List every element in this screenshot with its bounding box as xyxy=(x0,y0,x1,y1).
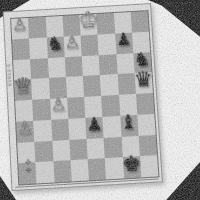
square-c7[interactable]: ♞ xyxy=(46,36,64,57)
square-f7[interactable] xyxy=(98,33,116,54)
white-pawn-piece[interactable]: ♙ xyxy=(17,119,33,137)
square-e6[interactable] xyxy=(82,55,100,77)
square-b6[interactable] xyxy=(30,58,48,80)
square-d3[interactable] xyxy=(68,118,86,140)
square-c2[interactable] xyxy=(52,139,70,161)
square-b8[interactable] xyxy=(28,17,46,38)
chessboard-photo: 81913-S ♙♔♞♙♟♞♕♛♙♙♟♝♚ ✣✜ xyxy=(0,0,200,200)
square-f8[interactable] xyxy=(96,13,114,34)
white-pawn-piece[interactable]: ♙ xyxy=(12,16,28,34)
white-king-piece[interactable]: ♔ xyxy=(78,10,99,33)
square-a5[interactable]: ♕ xyxy=(14,79,32,101)
table-corner-shadow-top-right xyxy=(148,0,200,40)
square-b4[interactable] xyxy=(32,99,50,121)
square-h8[interactable] xyxy=(130,11,148,32)
table-corner-shadow-bottom-right xyxy=(164,162,200,200)
white-pawn-piece[interactable]: ♙ xyxy=(64,34,80,52)
square-d1[interactable] xyxy=(70,159,89,181)
square-d2[interactable] xyxy=(69,138,88,160)
board-maker-emblem: ✣✜ xyxy=(22,158,35,175)
square-f6[interactable] xyxy=(99,54,117,76)
square-d4[interactable] xyxy=(67,97,85,119)
square-d5[interactable] xyxy=(66,76,84,98)
square-e2[interactable] xyxy=(86,137,105,159)
square-g6[interactable] xyxy=(116,53,134,74)
white-pawn-piece[interactable]: ♙ xyxy=(51,96,67,114)
square-h4[interactable] xyxy=(136,93,155,115)
square-e5[interactable] xyxy=(83,75,101,97)
white-queen-piece[interactable]: ♕ xyxy=(13,75,34,98)
emblem-glyph: ✜ xyxy=(22,166,35,175)
square-g1[interactable]: ♚ xyxy=(122,156,141,178)
square-a3[interactable]: ♙ xyxy=(16,121,34,143)
square-c3[interactable] xyxy=(51,119,69,141)
square-e7[interactable] xyxy=(80,34,98,55)
square-e8[interactable]: ♔ xyxy=(79,14,97,35)
black-pawn-piece[interactable]: ♟ xyxy=(116,31,132,49)
square-c1[interactable] xyxy=(53,160,72,182)
black-king-piece[interactable]: ♚ xyxy=(121,152,141,174)
square-e1[interactable] xyxy=(88,158,107,180)
square-g3[interactable]: ♝ xyxy=(120,115,139,137)
square-d6[interactable] xyxy=(65,56,83,78)
square-f5[interactable] xyxy=(100,74,118,96)
square-b1[interactable] xyxy=(36,161,54,183)
chess-board: 81913-S ♙♔♞♙♟♞♕♛♙♙♟♝♚ ✣✜ xyxy=(3,3,163,191)
square-h3[interactable] xyxy=(137,114,156,136)
square-a7[interactable] xyxy=(12,38,30,59)
black-queen-piece[interactable]: ♛ xyxy=(133,68,153,90)
square-h5[interactable]: ♛ xyxy=(134,72,153,94)
square-c4[interactable]: ♙ xyxy=(50,98,68,120)
square-f3[interactable] xyxy=(103,116,122,138)
square-f4[interactable] xyxy=(101,95,120,117)
square-c6[interactable] xyxy=(47,57,65,79)
square-h1[interactable] xyxy=(140,155,159,177)
square-f2[interactable] xyxy=(104,136,123,158)
black-bishop-piece[interactable]: ♝ xyxy=(120,112,138,132)
square-b2[interactable] xyxy=(35,140,53,162)
square-e3[interactable]: ♟ xyxy=(85,117,104,139)
square-d7[interactable]: ♙ xyxy=(63,35,81,56)
black-pawn-piece[interactable]: ♟ xyxy=(86,115,103,134)
square-b3[interactable] xyxy=(33,120,51,142)
black-knight-piece[interactable]: ♞ xyxy=(46,34,64,54)
square-h2[interactable] xyxy=(138,134,157,156)
square-b5[interactable] xyxy=(31,78,49,100)
square-b7[interactable] xyxy=(29,37,47,58)
square-g7[interactable]: ♟ xyxy=(115,32,133,53)
square-a8[interactable]: ♙ xyxy=(11,18,29,39)
